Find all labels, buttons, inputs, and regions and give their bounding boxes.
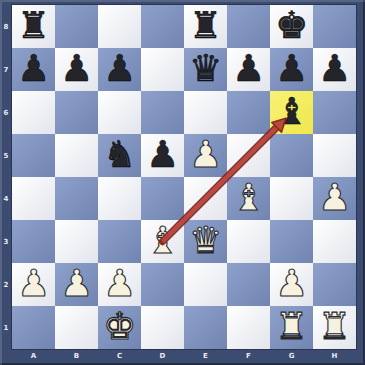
- black-pawn[interactable]: ♟: [275, 50, 308, 87]
- rank-label-1: 1: [0, 306, 12, 349]
- white-king[interactable]: ♚: [103, 308, 136, 345]
- square-b6[interactable]: [55, 91, 98, 134]
- rank-label-6: 6: [0, 91, 12, 134]
- square-c2[interactable]: ♟: [98, 263, 141, 306]
- square-e2[interactable]: [184, 263, 227, 306]
- square-f3[interactable]: [227, 220, 270, 263]
- square-h1[interactable]: ♜: [313, 306, 356, 349]
- rank-label-8: 8: [0, 5, 12, 48]
- white-rook[interactable]: ♜: [318, 308, 351, 345]
- square-c5[interactable]: ♞: [98, 134, 141, 177]
- white-pawn[interactable]: ♟: [189, 136, 222, 173]
- square-f6[interactable]: [227, 91, 270, 134]
- square-d3[interactable]: ♝: [141, 220, 184, 263]
- square-e4[interactable]: [184, 177, 227, 220]
- square-b5[interactable]: [55, 134, 98, 177]
- square-g5[interactable]: [270, 134, 313, 177]
- file-label-e: E: [184, 350, 227, 362]
- black-king[interactable]: ♚: [275, 7, 308, 44]
- black-queen[interactable]: ♛: [189, 50, 222, 87]
- square-a5[interactable]: [12, 134, 55, 177]
- file-label-b: B: [55, 350, 98, 362]
- square-f1[interactable]: [227, 306, 270, 349]
- square-a3[interactable]: [12, 220, 55, 263]
- file-labels: ABCDEFGH: [12, 350, 356, 362]
- square-h6[interactable]: [313, 91, 356, 134]
- square-e1[interactable]: [184, 306, 227, 349]
- square-c3[interactable]: [98, 220, 141, 263]
- square-b1[interactable]: [55, 306, 98, 349]
- square-e6[interactable]: [184, 91, 227, 134]
- square-c1[interactable]: ♚: [98, 306, 141, 349]
- white-pawn[interactable]: ♟: [103, 265, 136, 302]
- square-f2[interactable]: [227, 263, 270, 306]
- black-pawn[interactable]: ♟: [103, 50, 136, 87]
- white-rook[interactable]: ♜: [275, 308, 308, 345]
- black-pawn[interactable]: ♟: [17, 50, 50, 87]
- square-a7[interactable]: ♟: [12, 48, 55, 91]
- square-a1[interactable]: [12, 306, 55, 349]
- square-e3[interactable]: ♛: [184, 220, 227, 263]
- black-knight[interactable]: ♞: [103, 136, 136, 173]
- square-g3[interactable]: [270, 220, 313, 263]
- rank-label-2: 2: [0, 263, 12, 306]
- square-h2[interactable]: [313, 263, 356, 306]
- rank-label-5: 5: [0, 134, 12, 177]
- square-b4[interactable]: [55, 177, 98, 220]
- white-pawn[interactable]: ♟: [17, 265, 50, 302]
- square-h5[interactable]: [313, 134, 356, 177]
- square-h7[interactable]: ♟: [313, 48, 356, 91]
- rank-label-7: 7: [0, 48, 12, 91]
- square-e7[interactable]: ♛: [184, 48, 227, 91]
- white-bishop[interactable]: ♝: [146, 222, 179, 259]
- white-bishop[interactable]: ♝: [232, 179, 265, 216]
- square-e8[interactable]: ♜: [184, 5, 227, 48]
- square-c4[interactable]: [98, 177, 141, 220]
- square-b8[interactable]: [55, 5, 98, 48]
- board-frame: 87654321 ♜♜♚♟♟♟♛♟♟♟♝♞♟♟♝♟♝♛♟♟♟♟♚♜♜ ABCDE…: [0, 0, 365, 365]
- square-d7[interactable]: [141, 48, 184, 91]
- square-f8[interactable]: [227, 5, 270, 48]
- square-g8[interactable]: ♚: [270, 5, 313, 48]
- square-d5[interactable]: ♟: [141, 134, 184, 177]
- square-b2[interactable]: ♟: [55, 263, 98, 306]
- square-d2[interactable]: [141, 263, 184, 306]
- square-g1[interactable]: ♜: [270, 306, 313, 349]
- file-label-g: G: [270, 350, 313, 362]
- white-pawn[interactable]: ♟: [275, 265, 308, 302]
- black-bishop[interactable]: ♝: [275, 93, 308, 130]
- square-a2[interactable]: ♟: [12, 263, 55, 306]
- white-pawn[interactable]: ♟: [60, 265, 93, 302]
- square-d4[interactable]: [141, 177, 184, 220]
- square-f5[interactable]: [227, 134, 270, 177]
- square-d1[interactable]: [141, 306, 184, 349]
- rank-label-4: 4: [0, 177, 12, 220]
- square-h4[interactable]: ♟: [313, 177, 356, 220]
- black-rook[interactable]: ♜: [189, 7, 222, 44]
- black-pawn[interactable]: ♟: [60, 50, 93, 87]
- black-pawn[interactable]: ♟: [232, 50, 265, 87]
- black-rook[interactable]: ♜: [17, 7, 50, 44]
- square-a6[interactable]: [12, 91, 55, 134]
- square-c6[interactable]: [98, 91, 141, 134]
- square-a4[interactable]: [12, 177, 55, 220]
- square-b7[interactable]: ♟: [55, 48, 98, 91]
- square-d8[interactable]: [141, 5, 184, 48]
- square-a8[interactable]: ♜: [12, 5, 55, 48]
- square-g4[interactable]: [270, 177, 313, 220]
- file-label-h: H: [313, 350, 356, 362]
- square-g2[interactable]: ♟: [270, 263, 313, 306]
- square-h3[interactable]: [313, 220, 356, 263]
- square-g6[interactable]: ♝: [270, 91, 313, 134]
- file-label-d: D: [141, 350, 184, 362]
- file-label-a: A: [12, 350, 55, 362]
- chess-board: ♜♜♚♟♟♟♛♟♟♟♝♞♟♟♝♟♝♛♟♟♟♟♚♜♜: [12, 5, 356, 349]
- file-label-f: F: [227, 350, 270, 362]
- square-c8[interactable]: [98, 5, 141, 48]
- black-pawn[interactable]: ♟: [146, 136, 179, 173]
- white-pawn[interactable]: ♟: [318, 179, 351, 216]
- square-h8[interactable]: [313, 5, 356, 48]
- square-c7[interactable]: ♟: [98, 48, 141, 91]
- square-e5[interactable]: ♟: [184, 134, 227, 177]
- rank-label-3: 3: [0, 220, 12, 263]
- square-g7[interactable]: ♟: [270, 48, 313, 91]
- white-queen[interactable]: ♛: [189, 222, 222, 259]
- square-d6[interactable]: [141, 91, 184, 134]
- rank-labels: 87654321: [0, 5, 12, 349]
- square-b3[interactable]: [55, 220, 98, 263]
- file-label-c: C: [98, 350, 141, 362]
- square-f4[interactable]: ♝: [227, 177, 270, 220]
- square-f7[interactable]: ♟: [227, 48, 270, 91]
- black-pawn[interactable]: ♟: [318, 50, 351, 87]
